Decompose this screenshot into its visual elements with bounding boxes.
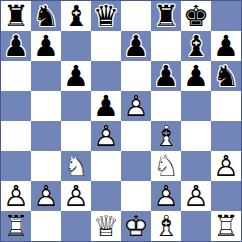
piece-glyph-outline: ♖ [1, 211, 31, 241]
white-pawn[interactable]: ♟♙ [151, 181, 181, 211]
square-h8[interactable] [211, 1, 241, 31]
piece-glyph: ♟ [31, 31, 61, 61]
piece-glyph: ♟ [61, 61, 91, 91]
white-pawn[interactable]: ♟♙ [211, 151, 241, 181]
square-g1[interactable] [181, 211, 211, 241]
white-queen[interactable]: ♛♕ [91, 211, 121, 241]
square-a3[interactable] [1, 151, 31, 181]
piece-glyph: ♛ [91, 1, 121, 31]
square-b3[interactable] [31, 151, 61, 181]
piece-glyph-outline: ♖ [211, 211, 241, 241]
square-c4[interactable] [61, 121, 91, 151]
piece-glyph: ♞ [211, 61, 241, 91]
square-a4[interactable] [1, 121, 31, 151]
square-c2[interactable]: ♟♙ [61, 181, 91, 211]
square-c8[interactable]: ♝ [61, 1, 91, 31]
black-bishop[interactable]: ♝ [181, 31, 211, 61]
black-knight[interactable]: ♞ [31, 1, 61, 31]
square-d1[interactable]: ♛♕ [91, 211, 121, 241]
piece-glyph-outline: ♘ [61, 151, 91, 181]
white-rook[interactable]: ♜♖ [211, 211, 241, 241]
white-king[interactable]: ♚♔ [121, 211, 151, 241]
square-f4[interactable]: ♝♗ [151, 121, 181, 151]
square-h4[interactable] [211, 121, 241, 151]
piece-glyph-outline: ♕ [91, 211, 121, 241]
piece-glyph: ♟ [181, 61, 211, 91]
black-pawn[interactable]: ♟ [1, 31, 31, 61]
square-e8[interactable] [121, 1, 151, 31]
black-pawn[interactable]: ♟ [211, 31, 241, 61]
piece-glyph: ♝ [181, 31, 211, 61]
black-pawn[interactable]: ♟ [151, 61, 181, 91]
black-pawn[interactable]: ♟ [91, 91, 121, 121]
black-pawn[interactable]: ♟ [181, 61, 211, 91]
square-e3[interactable] [121, 151, 151, 181]
black-queen[interactable]: ♛ [91, 1, 121, 31]
square-b5[interactable] [31, 91, 61, 121]
square-h5[interactable] [211, 91, 241, 121]
piece-glyph-outline: ♙ [1, 181, 31, 211]
white-knight[interactable]: ♞♘ [151, 151, 181, 181]
piece-glyph-outline: ♗ [151, 121, 181, 151]
square-g6[interactable]: ♟ [181, 61, 211, 91]
square-g4[interactable] [181, 121, 211, 151]
black-knight[interactable]: ♞ [211, 61, 241, 91]
white-pawn[interactable]: ♟♙ [31, 181, 61, 211]
square-g5[interactable] [181, 91, 211, 121]
square-a6[interactable] [1, 61, 31, 91]
square-d7[interactable] [91, 31, 121, 61]
square-f7[interactable] [151, 31, 181, 61]
black-pawn[interactable]: ♟ [121, 31, 151, 61]
square-g2[interactable]: ♟♙ [181, 181, 211, 211]
square-f2[interactable]: ♟♙ [151, 181, 181, 211]
square-f1[interactable]: ♝♗ [151, 211, 181, 241]
piece-glyph: ♚ [181, 1, 211, 31]
square-d2[interactable] [91, 181, 121, 211]
square-f6[interactable]: ♟ [151, 61, 181, 91]
square-a1[interactable]: ♜♖ [1, 211, 31, 241]
square-g7[interactable]: ♝ [181, 31, 211, 61]
square-h6[interactable]: ♞ [211, 61, 241, 91]
white-bishop[interactable]: ♝♗ [151, 211, 181, 241]
black-rook[interactable]: ♜ [151, 1, 181, 31]
square-d4[interactable]: ♟♙ [91, 121, 121, 151]
square-c3[interactable]: ♞♘ [61, 151, 91, 181]
square-h1[interactable]: ♜♖ [211, 211, 241, 241]
square-c7[interactable] [61, 31, 91, 61]
white-pawn[interactable]: ♟♙ [121, 91, 151, 121]
square-h2[interactable] [211, 181, 241, 211]
square-b7[interactable]: ♟ [31, 31, 61, 61]
black-bishop[interactable]: ♝ [61, 1, 91, 31]
white-pawn[interactable]: ♟♙ [1, 181, 31, 211]
white-pawn[interactable]: ♟♙ [181, 181, 211, 211]
square-c1[interactable] [61, 211, 91, 241]
square-e5[interactable]: ♟♙ [121, 91, 151, 121]
piece-glyph-outline: ♗ [151, 211, 181, 241]
white-pawn[interactable]: ♟♙ [61, 181, 91, 211]
piece-glyph-outline: ♙ [211, 151, 241, 181]
square-b1[interactable] [31, 211, 61, 241]
piece-glyph: ♟ [1, 31, 31, 61]
square-a8[interactable]: ♜ [1, 1, 31, 31]
square-a5[interactable] [1, 91, 31, 121]
square-e1[interactable]: ♚♔ [121, 211, 151, 241]
square-a7[interactable]: ♟ [1, 31, 31, 61]
square-c5[interactable] [61, 91, 91, 121]
piece-glyph: ♟ [151, 61, 181, 91]
white-rook[interactable]: ♜♖ [1, 211, 31, 241]
chess-board-frame: ♜♞♝♛♜♚♟♟♟♝♟♟♟♟♞♟♟♙♟♙♝♗♞♘♞♘♟♙♟♙♟♙♟♙♟♙♟♙♜♖… [0, 0, 242, 242]
piece-glyph: ♟ [121, 31, 151, 61]
piece-glyph: ♜ [151, 1, 181, 31]
piece-glyph-outline: ♘ [151, 151, 181, 181]
square-e4[interactable] [121, 121, 151, 151]
piece-glyph-outline: ♙ [121, 91, 151, 121]
square-g8[interactable]: ♚ [181, 1, 211, 31]
square-b6[interactable] [31, 61, 61, 91]
square-e7[interactable]: ♟ [121, 31, 151, 61]
square-f5[interactable] [151, 91, 181, 121]
piece-glyph: ♜ [1, 1, 31, 31]
white-pawn[interactable]: ♟♙ [91, 121, 121, 151]
black-king[interactable]: ♚ [181, 1, 211, 31]
black-rook[interactable]: ♜ [1, 1, 31, 31]
square-g3[interactable] [181, 151, 211, 181]
square-f8[interactable]: ♜ [151, 1, 181, 31]
piece-glyph-outline: ♙ [181, 181, 211, 211]
black-pawn[interactable]: ♟ [31, 31, 61, 61]
square-d6[interactable] [91, 61, 121, 91]
piece-glyph: ♟ [91, 91, 121, 121]
piece-glyph-outline: ♙ [151, 181, 181, 211]
square-e2[interactable] [121, 181, 151, 211]
square-h3[interactable]: ♟♙ [211, 151, 241, 181]
black-pawn[interactable]: ♟ [61, 61, 91, 91]
white-knight[interactable]: ♞♘ [61, 151, 91, 181]
square-a2[interactable]: ♟♙ [1, 181, 31, 211]
piece-glyph-outline: ♙ [91, 121, 121, 151]
square-f3[interactable]: ♞♘ [151, 151, 181, 181]
piece-glyph: ♞ [31, 1, 61, 31]
square-b8[interactable]: ♞ [31, 1, 61, 31]
square-d3[interactable] [91, 151, 121, 181]
square-b4[interactable] [31, 121, 61, 151]
white-bishop[interactable]: ♝♗ [151, 121, 181, 151]
square-c6[interactable]: ♟ [61, 61, 91, 91]
square-b2[interactable]: ♟♙ [31, 181, 61, 211]
square-d8[interactable]: ♛ [91, 1, 121, 31]
piece-glyph: ♟ [211, 31, 241, 61]
piece-glyph-outline: ♙ [31, 181, 61, 211]
square-h7[interactable]: ♟ [211, 31, 241, 61]
piece-glyph: ♝ [61, 1, 91, 31]
chess-board: ♜♞♝♛♜♚♟♟♟♝♟♟♟♟♞♟♟♙♟♙♝♗♞♘♞♘♟♙♟♙♟♙♟♙♟♙♟♙♜♖… [1, 1, 241, 241]
piece-glyph-outline: ♔ [121, 211, 151, 241]
square-d5[interactable]: ♟ [91, 91, 121, 121]
square-e6[interactable] [121, 61, 151, 91]
piece-glyph-outline: ♙ [61, 181, 91, 211]
